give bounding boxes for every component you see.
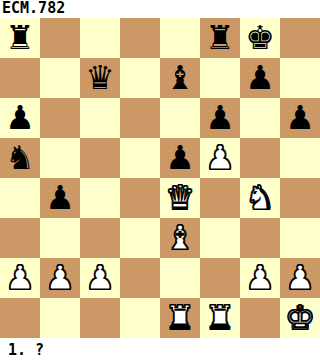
square-a8[interactable]: ♜ bbox=[0, 18, 40, 58]
square-c6[interactable] bbox=[80, 98, 120, 138]
square-g2[interactable]: ♟ bbox=[240, 258, 280, 298]
square-h3[interactable] bbox=[280, 218, 320, 258]
square-b5[interactable] bbox=[40, 138, 80, 178]
piece-black-pawn[interactable]: ♟ bbox=[205, 98, 235, 138]
square-f1[interactable]: ♜ bbox=[200, 298, 240, 338]
chess-board: ♜♜♚♛♝♟♟♟♟♞♟♟♟♛♞♝♟♟♟♟♟♜♜♚ bbox=[0, 18, 320, 338]
square-f2[interactable] bbox=[200, 258, 240, 298]
square-c2[interactable]: ♟ bbox=[80, 258, 120, 298]
square-e1[interactable]: ♜ bbox=[160, 298, 200, 338]
piece-black-pawn[interactable]: ♟ bbox=[285, 98, 315, 138]
square-h8[interactable] bbox=[280, 18, 320, 58]
piece-black-rook[interactable]: ♜ bbox=[5, 18, 35, 58]
piece-white-rook[interactable]: ♜ bbox=[165, 298, 195, 338]
piece-white-pawn[interactable]: ♟ bbox=[85, 258, 115, 298]
square-f4[interactable] bbox=[200, 178, 240, 218]
square-e3[interactable]: ♝ bbox=[160, 218, 200, 258]
square-a2[interactable]: ♟ bbox=[0, 258, 40, 298]
piece-black-rook[interactable]: ♜ bbox=[205, 18, 235, 58]
piece-white-queen[interactable]: ♛ bbox=[165, 178, 195, 218]
square-a3[interactable] bbox=[0, 218, 40, 258]
piece-black-pawn[interactable]: ♟ bbox=[5, 98, 35, 138]
piece-black-queen[interactable]: ♛ bbox=[85, 58, 115, 98]
puzzle-title: ECM.782 bbox=[0, 0, 320, 18]
square-f6[interactable]: ♟ bbox=[200, 98, 240, 138]
square-a1[interactable] bbox=[0, 298, 40, 338]
piece-white-knight[interactable]: ♞ bbox=[245, 178, 275, 218]
square-e4[interactable]: ♛ bbox=[160, 178, 200, 218]
piece-black-pawn[interactable]: ♟ bbox=[165, 138, 195, 178]
chess-puzzle-window: ECM.782 ♜♜♚♛♝♟♟♟♟♞♟♟♟♛♞♝♟♟♟♟♟♜♜♚ 1. ? bbox=[0, 0, 320, 360]
square-d6[interactable] bbox=[120, 98, 160, 138]
piece-white-king[interactable]: ♚ bbox=[285, 298, 315, 338]
square-d4[interactable] bbox=[120, 178, 160, 218]
square-a4[interactable] bbox=[0, 178, 40, 218]
square-c4[interactable] bbox=[80, 178, 120, 218]
square-d5[interactable] bbox=[120, 138, 160, 178]
square-b4[interactable]: ♟ bbox=[40, 178, 80, 218]
square-g8[interactable]: ♚ bbox=[240, 18, 280, 58]
square-e8[interactable] bbox=[160, 18, 200, 58]
square-g7[interactable]: ♟ bbox=[240, 58, 280, 98]
square-h6[interactable]: ♟ bbox=[280, 98, 320, 138]
square-f3[interactable] bbox=[200, 218, 240, 258]
piece-white-pawn[interactable]: ♟ bbox=[45, 258, 75, 298]
square-e7[interactable]: ♝ bbox=[160, 58, 200, 98]
square-e2[interactable] bbox=[160, 258, 200, 298]
square-d1[interactable] bbox=[120, 298, 160, 338]
piece-white-pawn[interactable]: ♟ bbox=[205, 138, 235, 178]
square-b7[interactable] bbox=[40, 58, 80, 98]
square-g4[interactable]: ♞ bbox=[240, 178, 280, 218]
square-g5[interactable] bbox=[240, 138, 280, 178]
square-h1[interactable]: ♚ bbox=[280, 298, 320, 338]
square-c1[interactable] bbox=[80, 298, 120, 338]
square-h5[interactable] bbox=[280, 138, 320, 178]
piece-white-pawn[interactable]: ♟ bbox=[5, 258, 35, 298]
piece-black-pawn[interactable]: ♟ bbox=[45, 178, 75, 218]
square-a6[interactable]: ♟ bbox=[0, 98, 40, 138]
square-f5[interactable]: ♟ bbox=[200, 138, 240, 178]
square-b6[interactable] bbox=[40, 98, 80, 138]
square-f8[interactable]: ♜ bbox=[200, 18, 240, 58]
square-e5[interactable]: ♟ bbox=[160, 138, 200, 178]
square-g1[interactable] bbox=[240, 298, 280, 338]
move-prompt: 1. ? bbox=[0, 338, 320, 360]
square-h4[interactable] bbox=[280, 178, 320, 218]
square-b3[interactable] bbox=[40, 218, 80, 258]
square-c3[interactable] bbox=[80, 218, 120, 258]
piece-black-pawn[interactable]: ♟ bbox=[245, 58, 275, 98]
square-b8[interactable] bbox=[40, 18, 80, 58]
square-e6[interactable] bbox=[160, 98, 200, 138]
square-c7[interactable]: ♛ bbox=[80, 58, 120, 98]
piece-white-pawn[interactable]: ♟ bbox=[245, 258, 275, 298]
square-c8[interactable] bbox=[80, 18, 120, 58]
square-f7[interactable] bbox=[200, 58, 240, 98]
square-c5[interactable] bbox=[80, 138, 120, 178]
square-g6[interactable] bbox=[240, 98, 280, 138]
square-b1[interactable] bbox=[40, 298, 80, 338]
piece-black-bishop[interactable]: ♝ bbox=[165, 58, 195, 98]
piece-black-king[interactable]: ♚ bbox=[245, 18, 275, 58]
square-g3[interactable] bbox=[240, 218, 280, 258]
square-d8[interactable] bbox=[120, 18, 160, 58]
square-h2[interactable]: ♟ bbox=[280, 258, 320, 298]
piece-white-rook[interactable]: ♜ bbox=[205, 298, 235, 338]
piece-white-pawn[interactable]: ♟ bbox=[285, 258, 315, 298]
square-b2[interactable]: ♟ bbox=[40, 258, 80, 298]
square-a5[interactable]: ♞ bbox=[0, 138, 40, 178]
square-d2[interactable] bbox=[120, 258, 160, 298]
piece-black-knight[interactable]: ♞ bbox=[5, 138, 35, 178]
piece-white-bishop[interactable]: ♝ bbox=[165, 218, 195, 258]
square-d7[interactable] bbox=[120, 58, 160, 98]
square-a7[interactable] bbox=[0, 58, 40, 98]
square-h7[interactable] bbox=[280, 58, 320, 98]
square-d3[interactable] bbox=[120, 218, 160, 258]
